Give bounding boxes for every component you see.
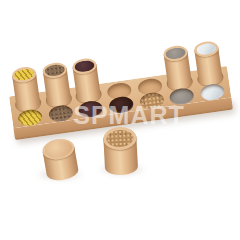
photo-watermark: SPMART — [58, 101, 200, 130]
cylinder-smooth_maroon — [72, 57, 102, 104]
cylinder-fine_gray — [163, 44, 193, 91]
loose-cylinder-plain-wood — [41, 137, 79, 180]
cylinder-mirror — [193, 40, 223, 87]
product-photo-scene: SPMART — [0, 0, 240, 240]
loose-cylinder-cork — [103, 126, 138, 173]
cylinder-ridged_yellow — [11, 66, 41, 113]
